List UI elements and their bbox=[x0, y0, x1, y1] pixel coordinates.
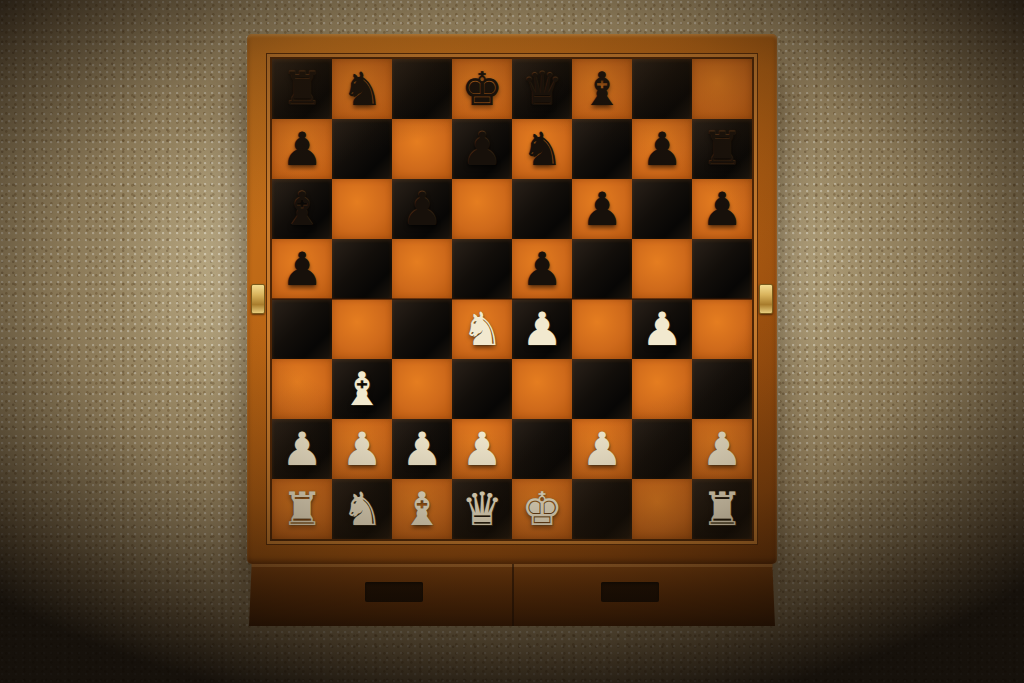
piece-black-queen-e8[interactable]: ♛ bbox=[521, 59, 562, 119]
piece-white-pawn-e4[interactable]: ♟ bbox=[521, 299, 562, 359]
square-a8[interactable]: ♜ bbox=[272, 59, 332, 119]
square-f4[interactable] bbox=[572, 299, 632, 359]
square-a7[interactable]: ♟ bbox=[272, 119, 332, 179]
piece-black-knight-b8[interactable]: ♞ bbox=[341, 59, 382, 119]
piece-white-pawn-c2[interactable]: ♟ bbox=[401, 419, 442, 479]
square-h7[interactable]: ♜ bbox=[692, 119, 752, 179]
square-b1[interactable]: ♞ bbox=[332, 479, 392, 539]
piece-black-pawn-e5[interactable]: ♟ bbox=[521, 239, 562, 299]
piece-black-pawn-g7[interactable]: ♟ bbox=[641, 119, 682, 179]
fold-seam bbox=[272, 298, 752, 300]
square-h5[interactable] bbox=[692, 239, 752, 299]
square-c1[interactable]: ♝ bbox=[392, 479, 452, 539]
square-g8[interactable] bbox=[632, 59, 692, 119]
square-h6[interactable]: ♟ bbox=[692, 179, 752, 239]
piece-black-pawn-c6[interactable]: ♟ bbox=[401, 179, 442, 239]
square-h3[interactable] bbox=[692, 359, 752, 419]
square-g2[interactable] bbox=[632, 419, 692, 479]
piece-white-bishop-b3[interactable]: ♝ bbox=[341, 359, 382, 419]
square-d7[interactable]: ♟ bbox=[452, 119, 512, 179]
square-b3[interactable]: ♝ bbox=[332, 359, 392, 419]
square-b2[interactable]: ♟ bbox=[332, 419, 392, 479]
piece-black-pawn-d7[interactable]: ♟ bbox=[461, 119, 502, 179]
photo-scene: ♜♞♚♛♝♟♟♞♟♜♝♟♟♟♟♟♞♟♟♝♟♟♟♟♟♟♜♞♝♛♚♜ bbox=[0, 0, 1024, 683]
square-e7[interactable]: ♞ bbox=[512, 119, 572, 179]
piece-black-king-d8[interactable]: ♚ bbox=[461, 59, 502, 119]
square-d8[interactable]: ♚ bbox=[452, 59, 512, 119]
square-e1[interactable]: ♚ bbox=[512, 479, 572, 539]
square-b7[interactable] bbox=[332, 119, 392, 179]
piece-white-pawn-g4[interactable]: ♟ bbox=[641, 299, 682, 359]
square-c7[interactable] bbox=[392, 119, 452, 179]
square-g3[interactable] bbox=[632, 359, 692, 419]
piece-white-pawn-f2[interactable]: ♟ bbox=[581, 419, 622, 479]
square-d3[interactable] bbox=[452, 359, 512, 419]
piece-black-pawn-h6[interactable]: ♟ bbox=[701, 179, 742, 239]
square-e2[interactable] bbox=[512, 419, 572, 479]
square-f1[interactable] bbox=[572, 479, 632, 539]
piece-white-pawn-b2[interactable]: ♟ bbox=[341, 419, 382, 479]
piece-white-knight-d4[interactable]: ♞ bbox=[461, 299, 502, 359]
square-c5[interactable] bbox=[392, 239, 452, 299]
piece-black-pawn-a7[interactable]: ♟ bbox=[281, 119, 322, 179]
piece-white-rook-a1[interactable]: ♜ bbox=[281, 479, 322, 539]
handle-notch-right bbox=[601, 582, 659, 602]
piece-black-rook-a8[interactable]: ♜ bbox=[281, 59, 322, 119]
piece-white-pawn-d2[interactable]: ♟ bbox=[461, 419, 502, 479]
piece-black-bishop-f8[interactable]: ♝ bbox=[581, 59, 622, 119]
square-h4[interactable] bbox=[692, 299, 752, 359]
square-a2[interactable]: ♟ bbox=[272, 419, 332, 479]
square-h2[interactable]: ♟ bbox=[692, 419, 752, 479]
square-e8[interactable]: ♛ bbox=[512, 59, 572, 119]
box-front-face bbox=[249, 564, 775, 626]
square-f3[interactable] bbox=[572, 359, 632, 419]
square-d2[interactable]: ♟ bbox=[452, 419, 512, 479]
square-b6[interactable] bbox=[332, 179, 392, 239]
square-f8[interactable]: ♝ bbox=[572, 59, 632, 119]
handle-notch-left bbox=[365, 582, 423, 602]
square-d5[interactable] bbox=[452, 239, 512, 299]
square-c3[interactable] bbox=[392, 359, 452, 419]
square-e3[interactable] bbox=[512, 359, 572, 419]
square-c6[interactable]: ♟ bbox=[392, 179, 452, 239]
square-f2[interactable]: ♟ bbox=[572, 419, 632, 479]
box-front-seam bbox=[512, 564, 514, 626]
chess-box: ♜♞♚♛♝♟♟♞♟♜♝♟♟♟♟♟♞♟♟♝♟♟♟♟♟♟♜♞♝♛♚♜ bbox=[247, 34, 777, 626]
square-a6[interactable]: ♝ bbox=[272, 179, 332, 239]
square-a3[interactable] bbox=[272, 359, 332, 419]
board-frame: ♜♞♚♛♝♟♟♞♟♜♝♟♟♟♟♟♞♟♟♝♟♟♟♟♟♟♜♞♝♛♚♜ bbox=[247, 34, 777, 564]
piece-white-king-e1[interactable]: ♚ bbox=[521, 479, 562, 539]
square-a4[interactable] bbox=[272, 299, 332, 359]
square-a1[interactable]: ♜ bbox=[272, 479, 332, 539]
hinge-left-icon bbox=[251, 284, 265, 314]
square-c8[interactable] bbox=[392, 59, 452, 119]
square-h8[interactable] bbox=[692, 59, 752, 119]
piece-black-pawn-f6[interactable]: ♟ bbox=[581, 179, 622, 239]
square-h1[interactable]: ♜ bbox=[692, 479, 752, 539]
square-g7[interactable]: ♟ bbox=[632, 119, 692, 179]
square-b8[interactable]: ♞ bbox=[332, 59, 392, 119]
piece-black-pawn-a5[interactable]: ♟ bbox=[281, 239, 322, 299]
square-c4[interactable] bbox=[392, 299, 452, 359]
square-b5[interactable] bbox=[332, 239, 392, 299]
square-b4[interactable] bbox=[332, 299, 392, 359]
piece-white-knight-b1[interactable]: ♞ bbox=[341, 479, 382, 539]
square-d4[interactable]: ♞ bbox=[452, 299, 512, 359]
square-g6[interactable] bbox=[632, 179, 692, 239]
square-d6[interactable] bbox=[452, 179, 512, 239]
square-f6[interactable]: ♟ bbox=[572, 179, 632, 239]
piece-black-knight-e7[interactable]: ♞ bbox=[521, 119, 562, 179]
square-d1[interactable]: ♛ bbox=[452, 479, 512, 539]
square-a5[interactable]: ♟ bbox=[272, 239, 332, 299]
piece-white-queen-d1[interactable]: ♛ bbox=[461, 479, 502, 539]
square-e4[interactable]: ♟ bbox=[512, 299, 572, 359]
hinge-right-icon bbox=[759, 284, 773, 314]
square-c2[interactable]: ♟ bbox=[392, 419, 452, 479]
square-e6[interactable] bbox=[512, 179, 572, 239]
square-f7[interactable] bbox=[572, 119, 632, 179]
piece-black-bishop-a6[interactable]: ♝ bbox=[281, 179, 322, 239]
square-f5[interactable] bbox=[572, 239, 632, 299]
square-e5[interactable]: ♟ bbox=[512, 239, 572, 299]
piece-white-rook-h1[interactable]: ♜ bbox=[701, 479, 742, 539]
piece-white-pawn-a2[interactable]: ♟ bbox=[281, 419, 322, 479]
piece-white-bishop-c1[interactable]: ♝ bbox=[401, 479, 442, 539]
piece-black-rook-h7[interactable]: ♜ bbox=[701, 119, 742, 179]
square-g4[interactable]: ♟ bbox=[632, 299, 692, 359]
square-g1[interactable] bbox=[632, 479, 692, 539]
square-g5[interactable] bbox=[632, 239, 692, 299]
piece-white-pawn-h2[interactable]: ♟ bbox=[701, 419, 742, 479]
